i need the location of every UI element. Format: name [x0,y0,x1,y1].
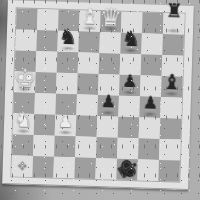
piece-white-king-a5[interactable]: ♚ [14,71,36,93]
knight-icon: ♞ [122,29,141,51]
square-d6[interactable] [78,52,100,74]
square-b5[interactable] [35,72,57,94]
queen-icon: ♛ [99,5,122,31]
bishop-icon: ♝ [162,72,181,94]
knight-icon: ♞ [59,27,78,49]
square-g3[interactable] [139,117,161,139]
square-d8[interactable]: ♝ [79,10,101,32]
piece-black-pawn-e4[interactable]: ♟ [97,95,119,117]
square-g7[interactable] [141,33,163,55]
square-b2[interactable] [33,135,55,157]
photo-frame: ♝♛♜♞♞♚♟♝♟♟♞♟❖♚ [0,0,200,200]
piece-black-knight-c7[interactable]: ♞ [57,31,79,53]
corner-ornament-icon: ❖ [11,155,33,177]
square-c6[interactable] [57,52,79,74]
square-b8[interactable] [37,9,59,31]
bishop-icon: ♝ [80,6,99,28]
square-h5[interactable]: ♝ [161,76,183,98]
square-g2[interactable] [138,138,160,160]
piece-black-pawn-g4[interactable]: ♟ [139,96,161,118]
piece-black-pawn-f5[interactable]: ♟ [119,75,141,97]
square-b7[interactable] [36,30,58,52]
piece-black-bishop-h5[interactable]: ♝ [161,76,183,98]
square-a5[interactable]: ♚ [14,71,36,93]
square-d5[interactable] [77,73,99,95]
square-b6[interactable] [36,51,58,73]
square-f7[interactable]: ♞ [120,33,142,55]
square-c7[interactable]: ♞ [57,31,79,53]
square-d3[interactable] [76,115,98,137]
square-e2[interactable] [96,137,118,159]
piece-white-queen-e8[interactable]: ♛ [100,11,122,33]
knight-icon: ♞ [14,109,33,131]
square-f4[interactable] [118,96,140,118]
rook-icon: ♜ [165,1,183,21]
square-e8[interactable]: ♛ [100,11,122,33]
pawn-icon: ♟ [122,73,138,90]
pawn-icon: ♟ [142,94,158,111]
square-h7[interactable] [162,34,184,56]
piece-white-knight-a3[interactable]: ♞ [13,113,35,135]
square-e4[interactable]: ♟ [97,95,119,117]
square-h4[interactable] [160,97,182,119]
square-d2[interactable] [75,136,97,158]
piece-black-rook-h8[interactable]: ♜ [163,13,185,35]
square-e3[interactable] [97,116,119,138]
square-e6[interactable] [99,53,121,75]
square-h3[interactable] [160,118,182,140]
square-b4[interactable] [34,93,56,115]
square-f3[interactable] [118,117,140,139]
piece-white-bishop-d8[interactable]: ♝ [79,10,101,32]
pawn-icon: ♟ [58,113,74,130]
square-f1[interactable]: ♚ [116,159,138,181]
square-c5[interactable] [56,73,78,95]
board-grid: ♝♛♜♞♞♚♟♝♟♟♞♟❖♚ [11,8,184,181]
square-g6[interactable] [141,54,163,76]
piece-black-knight-f7[interactable]: ♞ [120,33,142,55]
piece-black-king-f1[interactable]: ♚ [116,159,138,181]
square-h1[interactable] [158,160,180,182]
square-a1[interactable]: ❖ [11,155,33,177]
square-d4[interactable] [76,94,98,116]
king-icon: ♚ [13,65,36,91]
square-a3[interactable]: ♞ [13,113,35,135]
chess-board: ♝♛♜♞♞♚♟♝♟♟♞♟❖♚ [2,0,194,190]
square-c1[interactable] [53,157,75,179]
square-d1[interactable] [74,157,96,179]
square-h2[interactable] [159,139,181,161]
square-g8[interactable] [142,12,164,34]
square-a2[interactable] [12,134,34,156]
square-a8[interactable] [16,8,38,30]
square-c3[interactable]: ♟ [55,115,77,137]
square-h8[interactable]: ♜ [163,13,185,35]
square-a7[interactable] [15,29,37,51]
square-b1[interactable] [32,156,54,178]
piece-white-pawn-c3[interactable]: ♟ [55,115,77,137]
square-c2[interactable] [54,136,76,158]
square-d7[interactable] [78,31,100,53]
square-f5[interactable]: ♟ [119,75,141,97]
square-e7[interactable] [99,32,121,54]
square-b3[interactable] [34,114,56,136]
square-g4[interactable]: ♟ [139,96,161,118]
pawn-icon: ♟ [100,93,116,110]
